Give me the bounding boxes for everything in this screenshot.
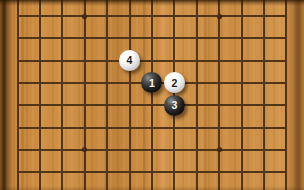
move-number-label: 1 xyxy=(149,78,155,89)
star-point xyxy=(82,14,87,19)
grid-hline-row-5 xyxy=(17,37,288,39)
white-stone-2: 2 xyxy=(164,72,185,93)
grid-hline-row-11 xyxy=(17,171,288,173)
grid-vline-col-11 xyxy=(241,0,243,190)
move-number-label: 3 xyxy=(171,100,177,111)
star-point xyxy=(217,14,222,19)
grid-hline-row-9 xyxy=(17,127,288,129)
grid-hline-row-8 xyxy=(17,104,288,106)
black-stone-1: 1 xyxy=(141,72,162,93)
star-point xyxy=(82,147,87,152)
grid-hline-row-6 xyxy=(17,60,288,62)
grid-vline-col-12 xyxy=(263,0,265,190)
move-number-label: 4 xyxy=(127,55,133,66)
grid-hline-row-10 xyxy=(17,149,288,151)
black-stone-3: 3 xyxy=(164,95,185,116)
grid-vline-col-4 xyxy=(84,0,86,190)
white-stone-4: 4 xyxy=(119,50,140,71)
grid-vline-col-2 xyxy=(39,0,41,190)
grid-vline-col-13 xyxy=(285,0,287,190)
go-video-frame: { "game": "go", "description": "Overhead… xyxy=(0,0,304,190)
grid-vline-col-7 xyxy=(151,0,153,190)
grid-vline-col-5 xyxy=(106,0,108,190)
grid-hline-row-4 xyxy=(17,15,288,17)
grid-vline-col-1 xyxy=(17,0,19,190)
go-board[interactable]: 1234 xyxy=(0,0,304,190)
grid-vline-col-9 xyxy=(196,0,198,190)
grid-vline-col-6 xyxy=(129,0,131,190)
move-number-label: 2 xyxy=(171,78,177,89)
grid-vline-col-10 xyxy=(218,0,220,190)
grid-vline-col-3 xyxy=(61,0,63,190)
